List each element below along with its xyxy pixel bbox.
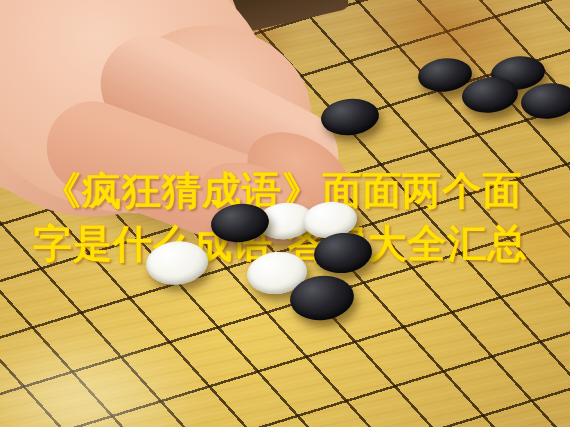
wood-stain: [341, 0, 553, 108]
wood-highlight: [0, 325, 210, 427]
go-photo-scene: 《疯狂猜成语》面面两个面 字是什么成语 答案大全汇总: [0, 0, 570, 427]
